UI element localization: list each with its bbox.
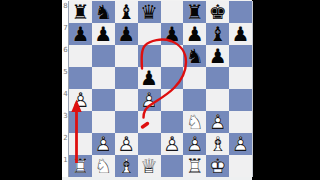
square-f1[interactable]: ♜♖ [183,155,206,177]
white-rook-icon: ♜♖ [183,155,206,177]
black-pawn-icon: ♟ [115,23,138,45]
black-knight-icon: ♞ [183,45,206,67]
black-rook-icon: ♜ [69,1,92,23]
white-bishop-icon: ♝♗ [206,133,229,155]
black-pawn-icon: ♟ [183,23,206,45]
square-b1[interactable]: ♞♘ [92,155,115,177]
square-c1[interactable]: ♝♗ [115,155,138,177]
square-e1[interactable] [161,155,184,177]
square-h3[interactable] [229,111,252,133]
square-e6[interactable] [161,45,184,67]
video-frame: 87654321 ♜♞♝♛♜♚♟♟♟♟♟♝♟♞♟♟♟♙♟♙♞♘♟♙♟♙♟♙♟♙♟… [0,0,320,180]
white-pawn-icon: ♟♙ [69,89,92,111]
white-queen-icon: ♛♕ [138,155,161,177]
square-c5[interactable] [115,67,138,89]
square-g4[interactable] [206,89,229,111]
square-a4[interactable]: ♟♙ [69,89,92,111]
white-pawn-icon: ♟♙ [115,133,138,155]
black-pawn-icon: ♟ [69,23,92,45]
square-c6[interactable] [115,45,138,67]
square-g6[interactable]: ♟ [206,45,229,67]
white-bishop-icon: ♝♗ [115,155,138,177]
square-h8[interactable] [229,1,252,23]
white-pawn-icon: ♟♙ [92,133,115,155]
white-pawn-icon: ♟♙ [138,89,161,111]
square-g8[interactable]: ♚ [206,1,229,23]
square-a6[interactable] [69,45,92,67]
black-pawn-icon: ♟ [161,23,184,45]
black-queen-icon: ♛ [138,1,161,23]
black-pawn-icon: ♟ [206,45,229,67]
black-bishop-icon: ♝ [115,1,138,23]
chess-board: ♜♞♝♛♜♚♟♟♟♟♟♝♟♞♟♟♟♙♟♙♞♘♟♙♟♙♟♙♟♙♟♙♝♗♟♙♜♖♞♘… [68,1,253,177]
square-h6[interactable] [229,45,252,67]
square-d1[interactable]: ♛♕ [138,155,161,177]
square-a1[interactable]: ♜♖ [69,155,92,177]
square-h7[interactable]: ♟ [229,23,252,45]
white-pawn-icon: ♟♙ [206,111,229,133]
square-h5[interactable] [229,67,252,89]
square-b5[interactable] [92,67,115,89]
square-a7[interactable]: ♟ [69,23,92,45]
square-f4[interactable] [183,89,206,111]
square-a2[interactable] [69,133,92,155]
square-g1[interactable]: ♚♔ [206,155,229,177]
white-king-icon: ♚♔ [206,155,229,177]
square-e7[interactable]: ♟ [161,23,184,45]
square-d3[interactable] [138,111,161,133]
square-h2[interactable]: ♟♙ [229,133,252,155]
black-king-icon: ♚ [206,1,229,23]
square-d5[interactable]: ♟ [138,67,161,89]
square-c7[interactable]: ♟ [115,23,138,45]
square-f8[interactable]: ♜ [183,1,206,23]
square-b7[interactable]: ♟ [92,23,115,45]
square-e2[interactable]: ♟♙ [161,133,184,155]
square-f7[interactable]: ♟ [183,23,206,45]
square-b6[interactable] [92,45,115,67]
white-knight-icon: ♞♘ [183,111,206,133]
white-rook-icon: ♜♖ [69,155,92,177]
square-g7[interactable]: ♝ [206,23,229,45]
square-d8[interactable]: ♛ [138,1,161,23]
letterbox-right [252,0,320,180]
letterbox-left [0,0,62,180]
square-b3[interactable] [92,111,115,133]
black-bishop-icon: ♝ [206,23,229,45]
square-g2[interactable]: ♝♗ [206,133,229,155]
black-pawn-icon: ♟ [92,23,115,45]
square-a3[interactable] [69,111,92,133]
white-pawn-icon: ♟♙ [229,133,252,155]
square-d4[interactable]: ♟♙ [138,89,161,111]
square-c4[interactable] [115,89,138,111]
black-pawn-icon: ♟ [138,67,161,89]
square-g5[interactable] [206,67,229,89]
white-pawn-icon: ♟♙ [161,133,184,155]
square-f3[interactable]: ♞♘ [183,111,206,133]
white-pawn-icon: ♟♙ [183,133,206,155]
square-h1[interactable] [229,155,252,177]
square-f6[interactable]: ♞ [183,45,206,67]
square-d6[interactable] [138,45,161,67]
white-knight-icon: ♞♘ [92,155,115,177]
black-rook-icon: ♜ [183,1,206,23]
square-f2[interactable]: ♟♙ [183,133,206,155]
square-e5[interactable] [161,67,184,89]
square-b8[interactable]: ♞ [92,1,115,23]
square-g3[interactable]: ♟♙ [206,111,229,133]
square-b2[interactable]: ♟♙ [92,133,115,155]
square-a5[interactable] [69,67,92,89]
square-f5[interactable] [183,67,206,89]
square-h4[interactable] [229,89,252,111]
square-e3[interactable] [161,111,184,133]
board-bottom-border [62,177,252,180]
square-e8[interactable] [161,1,184,23]
square-c2[interactable]: ♟♙ [115,133,138,155]
square-a8[interactable]: ♜ [69,1,92,23]
black-pawn-icon: ♟ [229,23,252,45]
black-knight-icon: ♞ [92,1,115,23]
square-e4[interactable] [161,89,184,111]
square-b4[interactable] [92,89,115,111]
square-c3[interactable] [115,111,138,133]
square-d2[interactable] [138,133,161,155]
square-c8[interactable]: ♝ [115,1,138,23]
square-d7[interactable] [138,23,161,45]
